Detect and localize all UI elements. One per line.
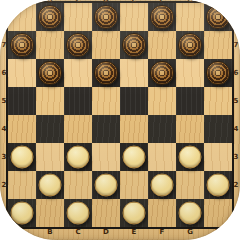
file-label-top-h: H [204,0,232,4]
square-h8[interactable] [204,3,232,31]
file-label-bottom-d: D [92,229,120,236]
square-e5[interactable] [120,87,148,115]
square-f5[interactable] [148,87,176,115]
rank-label-right-2: 2 [232,171,240,199]
checker-light-piece[interactable] [67,146,90,169]
checker-light-piece[interactable] [39,174,62,197]
square-g3[interactable] [176,143,204,171]
square-c2[interactable] [64,171,92,199]
square-a1[interactable] [8,199,36,227]
square-g7[interactable] [176,31,204,59]
square-b8[interactable] [36,3,64,31]
square-f3[interactable] [148,143,176,171]
square-g2[interactable] [176,171,204,199]
rank-label-right-7: 7 [232,31,240,59]
rank-label-left-3: 3 [0,143,8,171]
rank-label-right-8: 8 [232,3,240,31]
square-d2[interactable] [92,171,120,199]
square-h7[interactable] [204,31,232,59]
square-c7[interactable] [64,31,92,59]
square-b6[interactable] [36,59,64,87]
file-label-bottom-g: G [176,229,204,236]
square-e4[interactable] [120,115,148,143]
square-a2[interactable] [8,171,36,199]
checker-dark-piece[interactable] [94,5,118,29]
rank-label-right-4: 4 [232,115,240,143]
square-h2[interactable] [204,171,232,199]
checker-light-piece[interactable] [151,174,174,197]
square-c8[interactable] [64,3,92,31]
checker-light-piece[interactable] [95,174,118,197]
square-h5[interactable] [204,87,232,115]
square-b2[interactable] [36,171,64,199]
rank-label-right-3: 3 [232,143,240,171]
square-e2[interactable] [120,171,148,199]
square-e6[interactable] [120,59,148,87]
file-label-bottom-h: H [204,229,232,236]
square-d3[interactable] [92,143,120,171]
rank-label-left-6: 6 [0,59,8,87]
square-e3[interactable] [120,143,148,171]
rank-label-left-1: 1 [0,199,8,227]
file-label-bottom-a: A [8,229,36,236]
checker-dark-piece[interactable] [150,61,174,85]
square-a7[interactable] [8,31,36,59]
square-b7[interactable] [36,31,64,59]
checkers-board-icon: AABBCCDDEEFFGGHH8877665544332211 [0,0,240,240]
square-a3[interactable] [8,143,36,171]
square-g8[interactable] [176,3,204,31]
square-h1[interactable] [204,199,232,227]
square-a4[interactable] [8,115,36,143]
square-b5[interactable] [36,87,64,115]
rank-label-left-5: 5 [0,87,8,115]
square-d7[interactable] [92,31,120,59]
checker-light-piece[interactable] [207,174,230,197]
square-b4[interactable] [36,115,64,143]
checker-dark-piece[interactable] [66,33,90,57]
file-label-bottom-c: C [64,229,92,236]
checker-dark-piece[interactable] [38,61,62,85]
square-b1[interactable] [36,199,64,227]
square-g1[interactable] [176,199,204,227]
square-f1[interactable] [148,199,176,227]
square-a6[interactable] [8,59,36,87]
rank-label-left-7: 7 [0,31,8,59]
square-e8[interactable] [120,3,148,31]
square-e1[interactable] [120,199,148,227]
square-a5[interactable] [8,87,36,115]
checker-dark-piece[interactable] [10,33,34,57]
checker-light-piece[interactable] [179,146,202,169]
rank-label-right-5: 5 [232,87,240,115]
checker-light-piece[interactable] [11,202,34,225]
square-c5[interactable] [64,87,92,115]
square-h6[interactable] [204,59,232,87]
square-d1[interactable] [92,199,120,227]
square-b3[interactable] [36,143,64,171]
square-d6[interactable] [92,59,120,87]
checker-dark-piece[interactable] [150,5,174,29]
square-a8[interactable] [8,3,36,31]
checker-dark-piece[interactable] [38,5,62,29]
square-d8[interactable] [92,3,120,31]
checker-light-piece[interactable] [11,146,34,169]
checker-light-piece[interactable] [123,146,146,169]
file-label-top-g: G [176,0,204,4]
rank-label-left-2: 2 [0,171,8,199]
square-h3[interactable] [204,143,232,171]
rank-label-left-8: 8 [0,3,8,31]
checker-dark-piece[interactable] [206,61,230,85]
file-label-top-d: D [92,0,120,4]
checker-dark-piece[interactable] [122,33,146,57]
file-label-top-c: C [64,0,92,4]
checker-dark-piece[interactable] [206,5,230,29]
square-c3[interactable] [64,143,92,171]
file-label-bottom-f: F [148,229,176,236]
rank-label-right-1: 1 [232,199,240,227]
board-grid [8,3,232,227]
file-label-bottom-e: E [120,229,148,236]
square-g6[interactable] [176,59,204,87]
checker-light-piece[interactable] [123,202,146,225]
square-d5[interactable] [92,87,120,115]
checker-dark-piece[interactable] [178,33,202,57]
square-c1[interactable] [64,199,92,227]
checker-light-piece[interactable] [179,202,202,225]
square-f6[interactable] [148,59,176,87]
file-label-top-f: F [148,0,176,4]
square-f2[interactable] [148,171,176,199]
square-d4[interactable] [92,115,120,143]
file-label-top-a: A [8,0,36,4]
file-label-bottom-b: B [36,229,64,236]
square-f4[interactable] [148,115,176,143]
rank-label-right-6: 6 [232,59,240,87]
square-e7[interactable] [120,31,148,59]
checker-dark-piece[interactable] [94,61,118,85]
file-label-top-b: B [36,0,64,4]
file-label-top-e: E [120,0,148,4]
square-c6[interactable] [64,59,92,87]
square-g5[interactable] [176,87,204,115]
square-f7[interactable] [148,31,176,59]
square-g4[interactable] [176,115,204,143]
checker-light-piece[interactable] [67,202,90,225]
rank-label-left-4: 4 [0,115,8,143]
square-c4[interactable] [64,115,92,143]
square-f8[interactable] [148,3,176,31]
square-h4[interactable] [204,115,232,143]
